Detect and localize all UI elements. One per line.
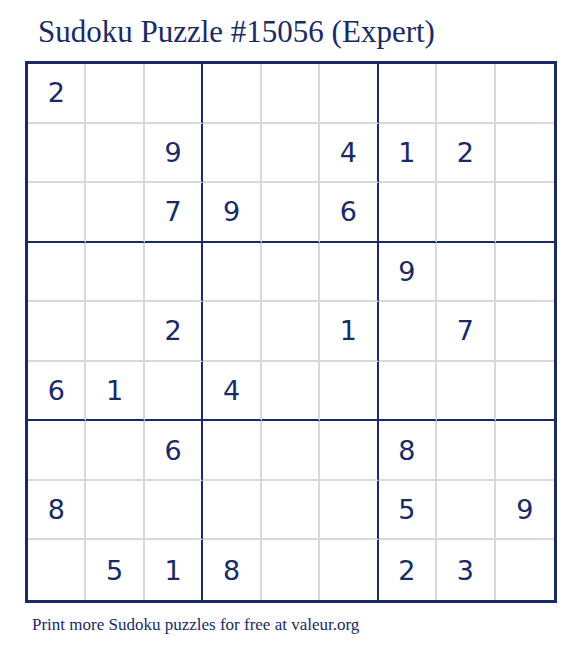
sudoku-cell-r4c1[interactable]: [28, 243, 86, 303]
sudoku-cell-r4c3[interactable]: [145, 243, 203, 303]
sudoku-cell-r1c7[interactable]: [379, 64, 437, 124]
sudoku-cell-r9c7[interactable]: 2: [379, 540, 437, 600]
sudoku-cell-r5c9[interactable]: [496, 302, 554, 362]
sudoku-cell-r9c9[interactable]: [496, 540, 554, 600]
sudoku-cell-r1c6[interactable]: [320, 64, 378, 124]
sudoku-cell-r3c9[interactable]: [496, 183, 554, 243]
sudoku-cell-r5c8[interactable]: 7: [437, 302, 495, 362]
sudoku-cell-r2c1[interactable]: [28, 124, 86, 184]
sudoku-cell-r6c1[interactable]: 6: [28, 362, 86, 422]
sudoku-cell-r8c4[interactable]: [203, 481, 261, 541]
sudoku-cell-r8c5[interactable]: [262, 481, 320, 541]
sudoku-cell-r9c2[interactable]: 5: [86, 540, 144, 600]
sudoku-cell-r7c7[interactable]: 8: [379, 421, 437, 481]
sudoku-cell-r9c8[interactable]: 3: [437, 540, 495, 600]
sudoku-cell-r5c2[interactable]: [86, 302, 144, 362]
sudoku-cell-r2c6[interactable]: 4: [320, 124, 378, 184]
sudoku-cell-r9c4[interactable]: 8: [203, 540, 261, 600]
sudoku-cell-r1c4[interactable]: [203, 64, 261, 124]
sudoku-cell-r6c4[interactable]: 4: [203, 362, 261, 422]
sudoku-cell-r4c8[interactable]: [437, 243, 495, 303]
sudoku-cell-r5c4[interactable]: [203, 302, 261, 362]
sudoku-cell-r2c8[interactable]: 2: [437, 124, 495, 184]
sudoku-cell-r9c5[interactable]: [262, 540, 320, 600]
sudoku-cell-r6c6[interactable]: [320, 362, 378, 422]
sudoku-cell-r1c8[interactable]: [437, 64, 495, 124]
sudoku-cell-r8c7[interactable]: 5: [379, 481, 437, 541]
sudoku-cell-r1c3[interactable]: [145, 64, 203, 124]
sudoku-cell-r8c3[interactable]: [145, 481, 203, 541]
sudoku-cell-r7c6[interactable]: [320, 421, 378, 481]
sudoku-cell-r9c6[interactable]: [320, 540, 378, 600]
page-title: Sudoku Puzzle #15056 (Expert): [38, 14, 435, 50]
sudoku-cell-r7c2[interactable]: [86, 421, 144, 481]
sudoku-cell-r2c5[interactable]: [262, 124, 320, 184]
sudoku-grid: 2941279692176146885951823: [25, 61, 557, 603]
sudoku-cell-r9c3[interactable]: 1: [145, 540, 203, 600]
sudoku-cell-r6c9[interactable]: [496, 362, 554, 422]
sudoku-cell-r6c2[interactable]: 1: [86, 362, 144, 422]
sudoku-cell-r4c2[interactable]: [86, 243, 144, 303]
sudoku-cell-r7c5[interactable]: [262, 421, 320, 481]
sudoku-cell-r9c1[interactable]: [28, 540, 86, 600]
sudoku-cell-r5c5[interactable]: [262, 302, 320, 362]
sudoku-cell-r4c9[interactable]: [496, 243, 554, 303]
sudoku-cell-r3c4[interactable]: 9: [203, 183, 261, 243]
sudoku-cell-r8c2[interactable]: [86, 481, 144, 541]
sudoku-cell-r2c3[interactable]: 9: [145, 124, 203, 184]
sudoku-cell-r4c4[interactable]: [203, 243, 261, 303]
sudoku-cell-r5c6[interactable]: 1: [320, 302, 378, 362]
sudoku-cell-r8c6[interactable]: [320, 481, 378, 541]
sudoku-cell-r1c9[interactable]: [496, 64, 554, 124]
sudoku-cell-r4c7[interactable]: 9: [379, 243, 437, 303]
sudoku-cell-r3c2[interactable]: [86, 183, 144, 243]
sudoku-cell-r6c7[interactable]: [379, 362, 437, 422]
sudoku-cell-r5c7[interactable]: [379, 302, 437, 362]
sudoku-cell-r1c5[interactable]: [262, 64, 320, 124]
sudoku-cell-r7c8[interactable]: [437, 421, 495, 481]
sudoku-cell-r8c1[interactable]: 8: [28, 481, 86, 541]
sudoku-cell-r8c9[interactable]: 9: [496, 481, 554, 541]
sudoku-cell-r7c4[interactable]: [203, 421, 261, 481]
sudoku-cell-r1c1[interactable]: 2: [28, 64, 86, 124]
sudoku-cell-r7c1[interactable]: [28, 421, 86, 481]
sudoku-cell-r8c8[interactable]: [437, 481, 495, 541]
sudoku-cell-r6c3[interactable]: [145, 362, 203, 422]
sudoku-cell-r3c7[interactable]: [379, 183, 437, 243]
sudoku-cell-r6c5[interactable]: [262, 362, 320, 422]
sudoku-cell-r3c3[interactable]: 7: [145, 183, 203, 243]
sudoku-cell-r2c2[interactable]: [86, 124, 144, 184]
sudoku-cell-r3c8[interactable]: [437, 183, 495, 243]
sudoku-cell-r2c7[interactable]: 1: [379, 124, 437, 184]
sudoku-cell-r1c2[interactable]: [86, 64, 144, 124]
sudoku-cell-r4c6[interactable]: [320, 243, 378, 303]
sudoku-cell-r5c3[interactable]: 2: [145, 302, 203, 362]
footer-text: Print more Sudoku puzzles for free at va…: [32, 615, 359, 635]
sudoku-cell-r3c6[interactable]: 6: [320, 183, 378, 243]
sudoku-cell-r4c5[interactable]: [262, 243, 320, 303]
sudoku-cell-r7c3[interactable]: 6: [145, 421, 203, 481]
sudoku-cell-r3c5[interactable]: [262, 183, 320, 243]
sudoku-cell-r2c4[interactable]: [203, 124, 261, 184]
sudoku-cell-r7c9[interactable]: [496, 421, 554, 481]
sudoku-cell-r3c1[interactable]: [28, 183, 86, 243]
sudoku-cell-r2c9[interactable]: [496, 124, 554, 184]
sudoku-cell-r6c8[interactable]: [437, 362, 495, 422]
sudoku-cell-r5c1[interactable]: [28, 302, 86, 362]
